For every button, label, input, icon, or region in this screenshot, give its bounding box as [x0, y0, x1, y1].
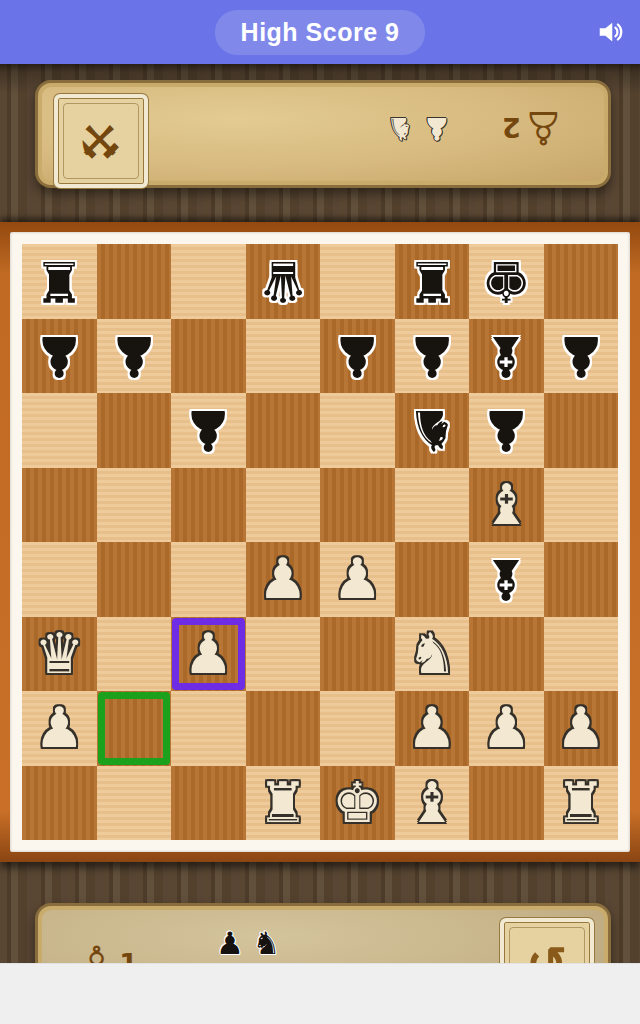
- square-d3[interactable]: [246, 617, 321, 692]
- high-score-label: High Score 9: [215, 10, 426, 55]
- square-f8[interactable]: ♜: [395, 244, 470, 319]
- square-a3[interactable]: ♛: [22, 617, 97, 692]
- square-c2[interactable]: [171, 691, 246, 766]
- white-pawn: ♟: [183, 626, 233, 682]
- board-frame: ♜♛♜♚♟♟♟♟♝♟♟♞♟♝♟♟♝♛♟♞♟♟♟♟♜♚♝♜: [0, 222, 640, 862]
- black-pawn: ♟: [109, 328, 159, 384]
- captured-black-knight: ♞: [253, 928, 281, 959]
- square-g7[interactable]: ♝: [469, 319, 544, 394]
- square-g8[interactable]: ♚: [469, 244, 544, 319]
- black-player-indicator: ♙ 2: [502, 105, 564, 151]
- square-b6[interactable]: [97, 393, 172, 468]
- white-pawn: ♟: [258, 551, 308, 607]
- square-f2[interactable]: ♟: [395, 691, 470, 766]
- square-c6[interactable]: ♟: [171, 393, 246, 468]
- square-g3[interactable]: [469, 617, 544, 692]
- square-d6[interactable]: [246, 393, 321, 468]
- white-king: ♚: [332, 775, 382, 831]
- square-c5[interactable]: [171, 468, 246, 543]
- square-e3[interactable]: [320, 617, 395, 692]
- square-a6[interactable]: [22, 393, 97, 468]
- black-pawn: ♟: [183, 402, 233, 458]
- square-a2[interactable]: ♟: [22, 691, 97, 766]
- settings-tools-icon: ⚒: [80, 114, 121, 168]
- square-d7[interactable]: [246, 319, 321, 394]
- square-a4[interactable]: [22, 542, 97, 617]
- black-bishop: ♝: [481, 551, 531, 607]
- square-b7[interactable]: ♟: [97, 319, 172, 394]
- black-captured-pieces: ♞♟: [386, 113, 451, 144]
- square-e2[interactable]: [320, 691, 395, 766]
- square-b1[interactable]: [97, 766, 172, 841]
- chess-board: ♜♛♜♚♟♟♟♟♝♟♟♞♟♝♟♟♝♛♟♞♟♟♟♟♜♚♝♜: [22, 244, 618, 840]
- square-b5[interactable]: [97, 468, 172, 543]
- square-h7[interactable]: ♟: [544, 319, 619, 394]
- square-h3[interactable]: [544, 617, 619, 692]
- square-e5[interactable]: [320, 468, 395, 543]
- black-tray: ⚒ ♞♟ ♙ 2: [35, 80, 611, 188]
- black-pawn: ♟: [407, 328, 457, 384]
- square-c3[interactable]: ♟: [171, 617, 246, 692]
- square-f6[interactable]: ♞: [395, 393, 470, 468]
- black-rook: ♜: [407, 253, 457, 309]
- square-a7[interactable]: ♟: [22, 319, 97, 394]
- black-pawn: ♟: [34, 328, 84, 384]
- square-a5[interactable]: [22, 468, 97, 543]
- square-e6[interactable]: [320, 393, 395, 468]
- square-c1[interactable]: [171, 766, 246, 841]
- square-c4[interactable]: [171, 542, 246, 617]
- speaker-icon[interactable]: [596, 17, 626, 47]
- pawn-outline-icon: ♙: [523, 105, 564, 151]
- square-d1[interactable]: ♜: [246, 766, 321, 841]
- square-f4[interactable]: [395, 542, 470, 617]
- move-from-highlight: [98, 692, 171, 765]
- square-d2[interactable]: [246, 691, 321, 766]
- white-pawn: ♟: [34, 700, 84, 756]
- square-a8[interactable]: ♜: [22, 244, 97, 319]
- square-h6[interactable]: [544, 393, 619, 468]
- header-bar: High Score 9: [0, 0, 640, 64]
- square-h4[interactable]: [544, 542, 619, 617]
- square-g6[interactable]: ♟: [469, 393, 544, 468]
- square-b3[interactable]: [97, 617, 172, 692]
- black-pawn: ♟: [556, 328, 606, 384]
- square-d5[interactable]: [246, 468, 321, 543]
- black-queen: ♛: [258, 253, 308, 309]
- square-f5[interactable]: [395, 468, 470, 543]
- app-screen: High Score 9 ⚒ ♞♟ ♙ 2 ♜♛♜♚♟♟♟♟♝♟♟♞♟♝♟♟♝♛…: [0, 0, 640, 1024]
- white-bishop: ♝: [407, 775, 457, 831]
- black-pawn: ♟: [332, 328, 382, 384]
- black-rook: ♜: [34, 253, 84, 309]
- black-pawn: ♟: [481, 402, 531, 458]
- square-h8[interactable]: [544, 244, 619, 319]
- square-f1[interactable]: ♝: [395, 766, 470, 841]
- square-e4[interactable]: ♟: [320, 542, 395, 617]
- square-g1[interactable]: [469, 766, 544, 841]
- white-pawn: ♟: [481, 700, 531, 756]
- white-captured-pieces: ♟♞: [216, 928, 281, 959]
- square-g5[interactable]: ♝: [469, 468, 544, 543]
- square-a1[interactable]: [22, 766, 97, 841]
- square-h2[interactable]: ♟: [544, 691, 619, 766]
- square-d4[interactable]: ♟: [246, 542, 321, 617]
- white-pawn: ♟: [556, 700, 606, 756]
- square-g2[interactable]: ♟: [469, 691, 544, 766]
- square-d8[interactable]: ♛: [246, 244, 321, 319]
- white-bishop: ♝: [481, 477, 531, 533]
- square-b2[interactable]: [97, 691, 172, 766]
- settings-button[interactable]: ⚒: [54, 94, 148, 188]
- captured-white-pawn: ♟: [423, 113, 451, 144]
- black-player-number: 2: [502, 113, 521, 144]
- square-f3[interactable]: ♞: [395, 617, 470, 692]
- white-rook: ♜: [258, 775, 308, 831]
- square-c7[interactable]: [171, 319, 246, 394]
- bottom-inset-bar: [0, 963, 640, 1024]
- square-g4[interactable]: ♝: [469, 542, 544, 617]
- square-c8[interactable]: [171, 244, 246, 319]
- black-bishop: ♝: [481, 328, 531, 384]
- square-b4[interactable]: [97, 542, 172, 617]
- square-e8[interactable]: [320, 244, 395, 319]
- square-f7[interactable]: ♟: [395, 319, 470, 394]
- white-knight: ♞: [407, 626, 457, 682]
- square-h5[interactable]: [544, 468, 619, 543]
- captured-black-pawn: ♟: [216, 928, 244, 959]
- white-pawn: ♟: [407, 700, 457, 756]
- square-e7[interactable]: ♟: [320, 319, 395, 394]
- square-e1[interactable]: ♚: [320, 766, 395, 841]
- black-king: ♚: [481, 253, 531, 309]
- square-b8[interactable]: [97, 244, 172, 319]
- board-border: ♜♛♜♚♟♟♟♟♝♟♟♞♟♝♟♟♝♛♟♞♟♟♟♟♜♚♝♜: [10, 232, 630, 852]
- captured-white-knight: ♞: [386, 113, 414, 144]
- square-h1[interactable]: ♜: [544, 766, 619, 841]
- white-rook: ♜: [556, 775, 606, 831]
- black-knight: ♞: [407, 402, 457, 458]
- white-pawn: ♟: [332, 551, 382, 607]
- white-queen: ♛: [34, 626, 84, 682]
